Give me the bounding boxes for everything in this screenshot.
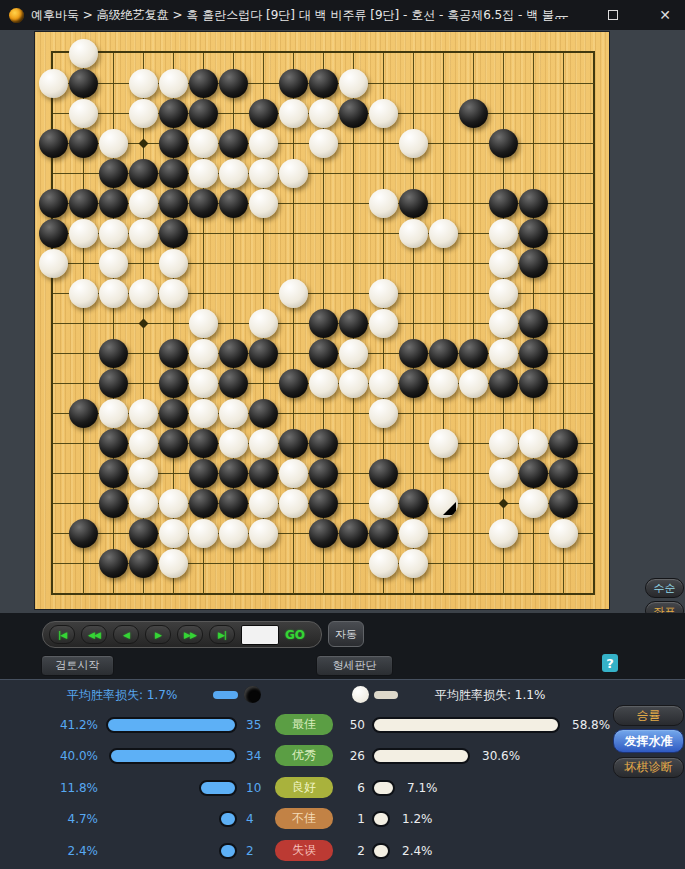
white-count-label: 50 <box>330 718 365 732</box>
black-stone <box>399 489 428 518</box>
black-player-icon <box>244 686 261 703</box>
black-stone <box>69 69 98 98</box>
black-count-bar <box>219 811 237 827</box>
white-stone <box>399 129 428 158</box>
white-stone <box>489 339 518 368</box>
white-stone <box>279 279 308 308</box>
go-to-end-button[interactable]: ▶| <box>209 625 235 644</box>
white-stone <box>369 549 398 578</box>
white-stone <box>129 279 158 308</box>
white-stone <box>369 309 398 338</box>
black-stone <box>339 99 368 128</box>
fast-back-button[interactable]: ◀◀ <box>81 625 107 644</box>
white-stone <box>279 99 308 128</box>
white-stone <box>129 399 158 428</box>
black-stone <box>39 189 68 218</box>
black-stone <box>189 429 218 458</box>
black-stone <box>519 369 548 398</box>
black-stone <box>159 159 188 188</box>
black-count-bar <box>219 843 237 859</box>
back-button[interactable]: ◀ <box>113 625 139 644</box>
white-stone <box>309 129 338 158</box>
black-stone <box>159 99 188 128</box>
white-stone <box>489 429 518 458</box>
white-stone <box>399 549 428 578</box>
start-review-button[interactable]: 검토시작 <box>41 655 114 676</box>
white-stone <box>249 309 278 338</box>
app-window: 예후바둑 > 高级绝艺复盘 > 흑 홀란스럽다 [9단] 대 백 비주류 [9단… <box>0 0 685 869</box>
black-avg-loss-label: 平均胜率损失: 1.7% <box>67 687 177 704</box>
move-quality-badge: 失误 <box>275 840 333 861</box>
black-stone <box>309 339 338 368</box>
white-stone <box>219 159 248 188</box>
black-stone <box>369 459 398 488</box>
black-count-bar <box>109 748 237 764</box>
black-stone <box>189 489 218 518</box>
white-pct-label: 30.6% <box>482 749 520 763</box>
black-stone <box>249 339 278 368</box>
forward-button[interactable]: ▶ <box>145 625 171 644</box>
black-stone <box>159 339 188 368</box>
black-stone <box>159 399 188 428</box>
white-stone <box>99 129 128 158</box>
black-pct-label: 11.8% <box>0 781 98 795</box>
white-count-bar <box>372 780 395 796</box>
board-zone: 수순 좌표 <box>0 30 685 613</box>
white-stone <box>459 369 488 398</box>
white-stone <box>99 399 128 428</box>
goban[interactable] <box>35 32 609 609</box>
black-stone <box>99 429 128 458</box>
moves-button[interactable]: 수순 <box>645 578 684 598</box>
grid-line <box>473 53 474 594</box>
white-stone <box>39 249 68 278</box>
black-stone <box>159 189 188 218</box>
white-player-icon <box>352 686 369 703</box>
white-count-label: 26 <box>330 749 365 763</box>
black-stone <box>99 549 128 578</box>
white-pct-label: 58.8% <box>572 718 610 732</box>
black-stone <box>219 189 248 218</box>
black-stone <box>159 129 188 158</box>
black-count-label: 35 <box>246 718 261 732</box>
black-stone <box>549 429 578 458</box>
move-quality-badge: 最佳 <box>275 714 333 735</box>
black-stone <box>339 519 368 548</box>
white-stone <box>249 159 278 188</box>
black-stone <box>429 339 458 368</box>
black-stone <box>519 219 548 248</box>
white-pct-label: 7.1% <box>407 781 438 795</box>
black-stone <box>279 69 308 98</box>
black-count-label: 4 <box>246 812 254 826</box>
white-stone <box>489 309 518 338</box>
auto-play-button[interactable]: 자동 <box>328 621 364 647</box>
white-legend-bar <box>374 691 398 699</box>
black-stone <box>279 369 308 398</box>
white-stone <box>219 399 248 428</box>
black-count-label: 34 <box>246 749 261 763</box>
move-quality-badge: 良好 <box>275 777 333 798</box>
white-avg-loss-label: 平均胜率损失: 1.1% <box>435 687 545 704</box>
black-stone <box>159 369 188 398</box>
white-stone <box>129 189 158 218</box>
black-stone <box>99 459 128 488</box>
black-stone <box>399 369 428 398</box>
black-stone <box>189 99 218 128</box>
white-pct-label: 2.4% <box>402 844 433 858</box>
move-number-input[interactable] <box>241 625 279 645</box>
white-stone <box>249 429 278 458</box>
black-stone <box>519 249 548 278</box>
white-stone <box>369 399 398 428</box>
black-stone <box>519 339 548 368</box>
black-stone <box>219 459 248 488</box>
black-count-label: 10 <box>246 781 261 795</box>
black-stone <box>399 339 428 368</box>
white-pct-label: 1.2% <box>402 812 433 826</box>
maximize-button[interactable] <box>596 0 630 30</box>
white-stone <box>369 489 398 518</box>
close-button[interactable]: ✕ <box>648 0 682 30</box>
help-button[interactable]: ? <box>602 654 618 672</box>
black-stone <box>309 69 338 98</box>
black-stone <box>519 309 548 338</box>
go-to-start-button[interactable]: |◀ <box>49 625 75 644</box>
black-stone <box>309 459 338 488</box>
white-stone <box>129 219 158 248</box>
black-pct-label: 2.4% <box>0 844 98 858</box>
white-stone <box>219 519 248 548</box>
white-stone <box>159 69 188 98</box>
move-quality-badge: 不佳 <box>275 808 333 829</box>
white-stone <box>279 159 308 188</box>
white-count-bar <box>372 843 390 859</box>
white-stone <box>369 99 398 128</box>
white-stone <box>339 369 368 398</box>
black-stone <box>249 459 278 488</box>
white-stone <box>339 69 368 98</box>
go-button[interactable]: GO <box>285 628 305 642</box>
fast-forward-button[interactable]: ▶▶ <box>177 625 203 644</box>
white-stone <box>249 519 278 548</box>
white-stone <box>399 519 428 548</box>
white-stone <box>159 489 188 518</box>
white-stone <box>159 549 188 578</box>
white-stone <box>69 219 98 248</box>
black-stone <box>519 189 548 218</box>
black-stone <box>69 129 98 158</box>
white-stone <box>189 399 218 428</box>
white-stone <box>189 309 218 338</box>
white-stone <box>69 39 98 68</box>
white-stone <box>489 249 518 278</box>
black-stone <box>309 309 338 338</box>
black-stone <box>39 129 68 158</box>
white-count-bar <box>372 811 390 827</box>
black-stone <box>309 519 338 548</box>
white-count-bar <box>372 717 560 733</box>
black-stone <box>159 219 188 248</box>
white-count-label: 2 <box>330 844 365 858</box>
white-stone <box>159 279 188 308</box>
white-stone <box>399 219 428 248</box>
black-stone <box>459 99 488 128</box>
black-stone <box>489 129 518 158</box>
black-pct-label: 41.2% <box>0 718 98 732</box>
black-stone <box>459 339 488 368</box>
black-stone <box>219 129 248 158</box>
black-stone <box>69 519 98 548</box>
white-stone <box>279 489 308 518</box>
white-stone <box>69 279 98 308</box>
black-stone <box>249 99 278 128</box>
white-stone <box>189 339 218 368</box>
black-stone <box>99 339 128 368</box>
black-stone <box>549 489 578 518</box>
white-stone <box>369 279 398 308</box>
white-stone <box>129 489 158 518</box>
white-stone <box>429 219 458 248</box>
white-stone <box>99 219 128 248</box>
white-stone <box>159 519 188 548</box>
white-stone <box>189 519 218 548</box>
white-stone <box>189 369 218 398</box>
black-stone <box>129 519 158 548</box>
white-stone <box>129 69 158 98</box>
black-stone <box>519 459 548 488</box>
white-count-label: 6 <box>330 781 365 795</box>
black-count-bar <box>106 717 237 733</box>
last-move-marker <box>443 502 456 515</box>
black-stone <box>189 459 218 488</box>
black-stone <box>189 69 218 98</box>
black-stone <box>189 189 218 218</box>
white-stone <box>99 279 128 308</box>
white-stone <box>129 459 158 488</box>
black-stone <box>99 369 128 398</box>
white-stone <box>249 189 278 218</box>
black-pct-label: 40.0% <box>0 749 98 763</box>
white-stone <box>369 189 398 218</box>
white-stone <box>519 429 548 458</box>
white-stone <box>429 429 458 458</box>
white-stone <box>429 369 458 398</box>
black-stone <box>399 189 428 218</box>
performance-level-button[interactable]: 发挥水准 <box>613 729 684 753</box>
black-stone <box>219 339 248 368</box>
move-quality-badge: 优秀 <box>275 745 333 766</box>
black-stone <box>129 159 158 188</box>
white-count-label: 1 <box>330 812 365 826</box>
control-zone: |◀ ◀◀ ◀ ▶ ▶▶ ▶| GO 자동 검토시작 형세판단 ? <box>0 613 685 679</box>
black-stone <box>309 429 338 458</box>
black-legend-bar <box>213 691 238 699</box>
white-stone <box>189 159 218 188</box>
black-stone <box>219 69 248 98</box>
win-rate-button[interactable]: 승률 <box>613 705 684 726</box>
white-stone <box>69 99 98 128</box>
black-stone <box>69 399 98 428</box>
white-stone <box>159 249 188 278</box>
white-stone <box>549 519 578 548</box>
white-stone <box>369 369 398 398</box>
white-stone <box>489 279 518 308</box>
black-stone <box>489 369 518 398</box>
black-stone <box>99 489 128 518</box>
white-stone <box>249 129 278 158</box>
white-stone <box>309 369 338 398</box>
white-stone <box>129 429 158 458</box>
white-count-bar <box>372 748 470 764</box>
maximize-icon <box>608 10 618 20</box>
black-stone <box>99 159 128 188</box>
white-stone <box>219 429 248 458</box>
navigation-bar: |◀ ◀◀ ◀ ▶ ▶▶ ▶| GO <box>42 621 322 648</box>
black-count-bar <box>199 780 237 796</box>
black-stone <box>219 489 248 518</box>
black-pct-label: 4.7% <box>0 812 98 826</box>
white-stone <box>309 99 338 128</box>
black-stone <box>159 429 188 458</box>
white-stone <box>129 99 158 128</box>
white-stone <box>339 339 368 368</box>
window-title: 예후바둑 > 高级绝艺复盘 > 흑 홀란스럽다 [9단] 대 백 비주류 [9단… <box>31 7 565 24</box>
black-stone <box>549 459 578 488</box>
black-stone <box>39 219 68 248</box>
position-judge-button[interactable]: 형세판단 <box>316 655 393 676</box>
black-stone <box>279 429 308 458</box>
white-stone <box>39 69 68 98</box>
stats-panel: 平均胜率损失: 1.7% 平均胜率损失: 1.1% 41.2%35最佳40.0%… <box>0 679 685 869</box>
bad-move-diagnosis-button[interactable]: 坏棋诊断 <box>613 757 684 778</box>
white-stone <box>489 459 518 488</box>
black-stone <box>309 489 338 518</box>
app-icon <box>9 8 24 23</box>
black-stone <box>489 189 518 218</box>
white-stone <box>279 459 308 488</box>
white-stone <box>189 129 218 158</box>
white-stone <box>249 489 278 518</box>
white-stone <box>489 519 518 548</box>
black-stone <box>99 189 128 218</box>
black-count-label: 2 <box>246 844 254 858</box>
black-stone <box>249 399 278 428</box>
titlebar: 예후바둑 > 高级绝艺复盘 > 흑 홀란스럽다 [9단] 대 백 비주류 [9단… <box>0 0 685 30</box>
white-stone <box>519 489 548 518</box>
black-stone <box>129 549 158 578</box>
black-stone <box>219 369 248 398</box>
black-stone <box>369 519 398 548</box>
minimize-button[interactable]: — <box>545 0 579 30</box>
white-stone <box>489 219 518 248</box>
white-stone <box>429 489 458 518</box>
white-stone <box>99 249 128 278</box>
black-stone <box>69 189 98 218</box>
black-stone <box>339 309 368 338</box>
